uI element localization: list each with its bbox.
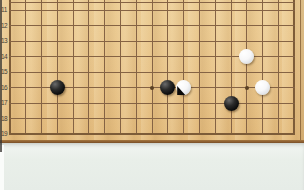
row-label-12: 12: [1, 22, 10, 30]
grid-line: [104, 0, 105, 135]
grid-line: [120, 0, 121, 135]
white-stone: [239, 49, 254, 64]
row-label-17: 17: [1, 99, 10, 107]
grid-line: [9, 103, 295, 104]
grid-line: [262, 0, 263, 135]
grid-line: [136, 0, 137, 135]
star-point: [150, 86, 154, 90]
row-label-18: 18: [1, 115, 10, 123]
grid-line: [9, 10, 295, 11]
grid-line: [167, 0, 168, 135]
row-label-16: 16: [1, 84, 10, 92]
grid-line: [199, 0, 200, 135]
grid-line: [9, 25, 295, 26]
grid-line: [246, 0, 247, 135]
go-video-frame: 111213141516171819: [0, 0, 304, 190]
white-stone: [255, 80, 270, 95]
grid-line: [25, 0, 26, 135]
grid-line: [9, 41, 295, 42]
last-move-triangle-marker: [177, 86, 185, 95]
grid-line: [215, 0, 216, 135]
grid-line: [278, 0, 279, 135]
grid-line: [73, 0, 74, 135]
white-stone: [176, 80, 191, 95]
row-label-14: 14: [1, 53, 10, 61]
black-stone: [160, 80, 175, 95]
grid-line: [9, 72, 295, 73]
row-label-11: 11: [1, 6, 10, 14]
black-stone: [224, 96, 239, 111]
star-point: [245, 86, 249, 90]
black-stone: [50, 80, 65, 95]
grid-line: [57, 0, 58, 135]
grid-line: [231, 0, 232, 135]
bottom-panel: [0, 143, 304, 190]
grid-line: [9, 2, 295, 3]
grid-line: [9, 133, 295, 135]
grid-line: [183, 0, 184, 135]
row-label-13: 13: [1, 37, 10, 45]
grid-line: [88, 0, 89, 135]
row-label-15: 15: [1, 68, 10, 76]
grid-line: [41, 0, 42, 135]
grid-line: [152, 0, 153, 135]
grid-line: [293, 0, 295, 135]
grid-line: [9, 118, 295, 119]
board-right-edge: [300, 0, 302, 141]
go-board[interactable]: 111213141516171819: [0, 0, 304, 143]
row-label-19: 19: [1, 130, 10, 138]
video-edge-artifact: [0, 0, 2, 152]
